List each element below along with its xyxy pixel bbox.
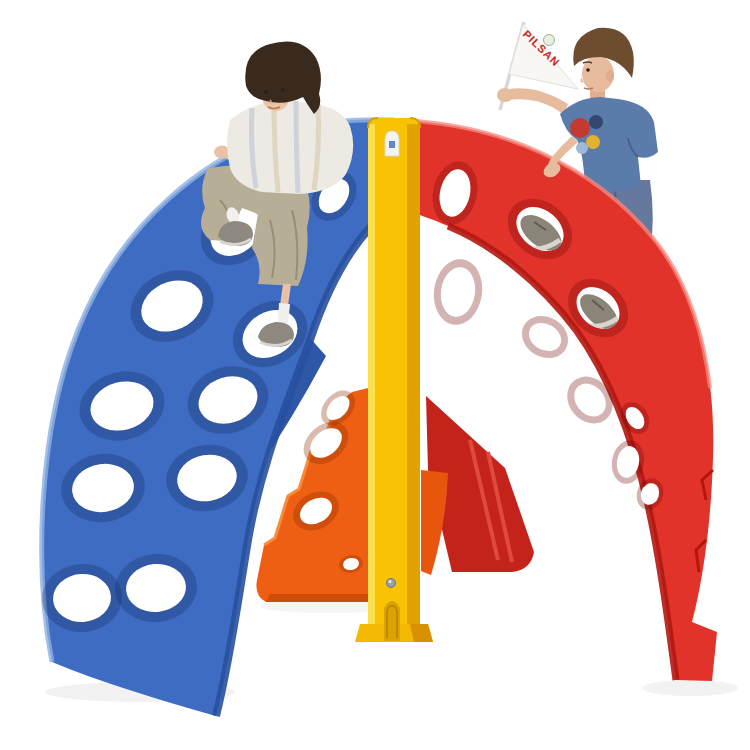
- standing-boy-eye: [586, 68, 590, 72]
- standing-boy-ear: [606, 70, 614, 82]
- red-arch-panel: [399, 120, 717, 681]
- post-shade: [407, 124, 420, 624]
- standing-boy-nose: [581, 79, 583, 82]
- climbing-boy-shirt: [227, 101, 353, 194]
- climbing-frame-scene: PILSAN: [0, 0, 750, 750]
- climbing-boy-sock-right: [278, 303, 290, 324]
- orange-arch-base-edge: [266, 594, 368, 602]
- climbing-boy-eye-left: [264, 90, 268, 94]
- shadow-right: [642, 680, 738, 696]
- standing-boy-arm: [507, 88, 568, 115]
- post-highlight: [368, 124, 375, 624]
- post-sticker-logo-icon: [389, 141, 395, 148]
- standing-boy-hand: [497, 88, 513, 102]
- post-foot-shade: [410, 624, 433, 642]
- post-bolt-highlight: [389, 580, 392, 583]
- climbing-boy-eye-right: [281, 88, 285, 92]
- product-photo: PILSAN: [0, 0, 750, 750]
- post-bolt: [387, 579, 396, 588]
